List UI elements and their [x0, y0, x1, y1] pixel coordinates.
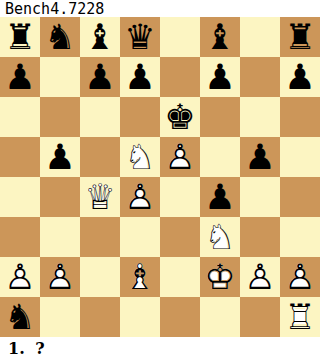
square-g6[interactable]	[240, 97, 280, 137]
piece-black-rook: ♜	[280, 17, 320, 57]
square-c5[interactable]	[80, 137, 120, 177]
square-d5[interactable]: ♞♘	[120, 137, 160, 177]
piece-black-queen: ♛	[120, 17, 160, 57]
piece-black-rook: ♜	[0, 17, 40, 57]
square-g5[interactable]: ♟	[240, 137, 280, 177]
square-d7[interactable]: ♟	[120, 57, 160, 97]
square-b5[interactable]: ♟	[40, 137, 80, 177]
square-a3[interactable]	[0, 217, 40, 257]
square-e7[interactable]	[160, 57, 200, 97]
chess-app-window: Bench4.7228 ♜♞♝♛♝♜♟♟♟♟♟♚♟♞♘♟♙♟♛♕♟♙♟♞♘♟♙♟…	[0, 0, 320, 360]
square-b7[interactable]	[40, 57, 80, 97]
piece-black-king: ♚	[160, 97, 200, 137]
square-c2[interactable]	[80, 257, 120, 297]
square-g8[interactable]	[240, 17, 280, 57]
square-d8[interactable]: ♛	[120, 17, 160, 57]
square-e1[interactable]	[160, 297, 200, 337]
piece-white-queen: ♛♕	[80, 177, 120, 217]
piece-white-bishop: ♝♗	[120, 257, 160, 297]
square-h2[interactable]: ♟♙	[280, 257, 320, 297]
square-a8[interactable]: ♜	[0, 17, 40, 57]
square-e6[interactable]: ♚	[160, 97, 200, 137]
square-g4[interactable]	[240, 177, 280, 217]
square-c3[interactable]	[80, 217, 120, 257]
square-c4[interactable]: ♛♕	[80, 177, 120, 217]
square-f2[interactable]: ♚♔	[200, 257, 240, 297]
square-b4[interactable]	[40, 177, 80, 217]
piece-black-pawn: ♟	[200, 177, 240, 217]
square-h1[interactable]: ♜♖	[280, 297, 320, 337]
piece-white-pawn: ♟♙	[240, 257, 280, 297]
square-h6[interactable]	[280, 97, 320, 137]
square-c7[interactable]: ♟	[80, 57, 120, 97]
square-c8[interactable]: ♝	[80, 17, 120, 57]
piece-black-pawn: ♟	[120, 57, 160, 97]
square-f8[interactable]: ♝	[200, 17, 240, 57]
square-h8[interactable]: ♜	[280, 17, 320, 57]
square-h4[interactable]	[280, 177, 320, 217]
piece-white-pawn: ♟♙	[0, 257, 40, 297]
square-f3[interactable]: ♞♘	[200, 217, 240, 257]
square-a4[interactable]	[0, 177, 40, 217]
square-b2[interactable]: ♟♙	[40, 257, 80, 297]
piece-white-rook: ♜♖	[280, 297, 320, 337]
square-g1[interactable]	[240, 297, 280, 337]
piece-white-knight: ♞♘	[200, 217, 240, 257]
square-a5[interactable]	[0, 137, 40, 177]
square-b3[interactable]	[40, 217, 80, 257]
square-h5[interactable]	[280, 137, 320, 177]
square-g2[interactable]: ♟♙	[240, 257, 280, 297]
square-d4[interactable]: ♟♙	[120, 177, 160, 217]
square-g7[interactable]	[240, 57, 280, 97]
move-prompt: 1. ?	[8, 337, 45, 360]
square-d2[interactable]: ♝♗	[120, 257, 160, 297]
square-c1[interactable]	[80, 297, 120, 337]
square-f7[interactable]: ♟	[200, 57, 240, 97]
square-e3[interactable]	[160, 217, 200, 257]
piece-black-bishop: ♝	[200, 17, 240, 57]
square-e8[interactable]	[160, 17, 200, 57]
square-d6[interactable]	[120, 97, 160, 137]
square-b6[interactable]	[40, 97, 80, 137]
piece-black-pawn: ♟	[240, 137, 280, 177]
piece-black-pawn: ♟	[40, 137, 80, 177]
square-a1[interactable]: ♞	[0, 297, 40, 337]
piece-white-knight: ♞♘	[120, 137, 160, 177]
square-b8[interactable]: ♞	[40, 17, 80, 57]
square-e2[interactable]	[160, 257, 200, 297]
square-d1[interactable]	[120, 297, 160, 337]
square-f5[interactable]	[200, 137, 240, 177]
piece-white-pawn: ♟♙	[120, 177, 160, 217]
piece-white-pawn: ♟♙	[40, 257, 80, 297]
chess-board: ♜♞♝♛♝♜♟♟♟♟♟♚♟♞♘♟♙♟♛♕♟♙♟♞♘♟♙♟♙♝♗♚♔♟♙♟♙♞♜♖	[0, 17, 320, 337]
square-g3[interactable]	[240, 217, 280, 257]
piece-black-pawn: ♟	[280, 57, 320, 97]
piece-black-knight: ♞	[0, 297, 40, 337]
piece-black-knight: ♞	[40, 17, 80, 57]
piece-white-king: ♚♔	[200, 257, 240, 297]
window-title: Bench4.7228	[5, 0, 104, 17]
square-d3[interactable]	[120, 217, 160, 257]
piece-black-pawn: ♟	[200, 57, 240, 97]
piece-black-pawn: ♟	[0, 57, 40, 97]
piece-black-bishop: ♝	[80, 17, 120, 57]
square-f6[interactable]	[200, 97, 240, 137]
square-b1[interactable]	[40, 297, 80, 337]
square-e5[interactable]: ♟♙	[160, 137, 200, 177]
square-h3[interactable]	[280, 217, 320, 257]
square-f4[interactable]: ♟	[200, 177, 240, 217]
square-h7[interactable]: ♟	[280, 57, 320, 97]
piece-black-pawn: ♟	[80, 57, 120, 97]
square-e4[interactable]	[160, 177, 200, 217]
square-f1[interactable]	[200, 297, 240, 337]
piece-white-pawn: ♟♙	[160, 137, 200, 177]
square-c6[interactable]	[80, 97, 120, 137]
piece-white-pawn: ♟♙	[280, 257, 320, 297]
square-a6[interactable]	[0, 97, 40, 137]
square-a7[interactable]: ♟	[0, 57, 40, 97]
square-a2[interactable]: ♟♙	[0, 257, 40, 297]
